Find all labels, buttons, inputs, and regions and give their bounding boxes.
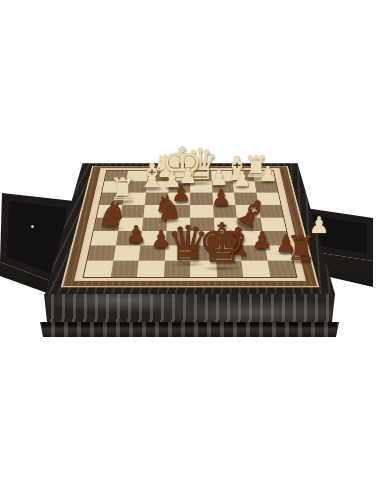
chess-box-body (40, 290, 339, 324)
square-b1 (110, 261, 138, 277)
white-pawn-h7[interactable]: ♟ (258, 164, 279, 185)
square-c1 (137, 261, 164, 277)
chess-box-scene: ♞♚♛♝♜♝♟♟♟♟♟♜♞♟♟♞♟♟♝♛♚♝♟♟♜♟ (0, 0, 381, 492)
left-drawer-screw (31, 225, 34, 228)
square-a2 (87, 245, 115, 260)
square-a1 (84, 261, 113, 277)
black-rook-h1[interactable]: ♜ (284, 231, 318, 265)
black-king-f1[interactable]: ♚ (195, 217, 249, 271)
black-pawn-f6[interactable]: ♟ (210, 187, 232, 209)
square-b2 (113, 245, 140, 260)
black-pawn-b4[interactable]: ♟ (125, 223, 148, 246)
chess-box-base-molding (38, 322, 341, 338)
